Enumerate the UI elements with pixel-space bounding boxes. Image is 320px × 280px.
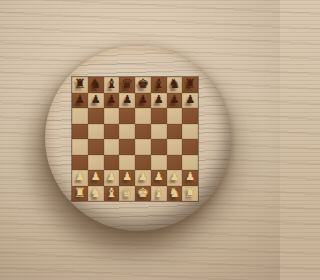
black-pawn[interactable]: ♟ [138,94,148,105]
square-f6[interactable] [151,108,167,124]
black-king[interactable]: ♚ [137,77,149,90]
square-f3[interactable] [151,155,167,171]
black-pawn[interactable]: ♟ [169,94,179,105]
black-pawn[interactable]: ♟ [154,94,164,105]
white-pawn[interactable]: ♟ [185,171,195,182]
square-d2[interactable]: ♟ [119,170,135,186]
square-a6[interactable] [72,108,88,124]
square-c7[interactable]: ♟ [104,93,120,109]
square-a3[interactable] [72,155,88,171]
square-b4[interactable] [88,139,104,155]
square-c6[interactable] [104,108,120,124]
square-b2[interactable]: ♟ [88,170,104,186]
white-king[interactable]: ♚ [137,186,149,199]
square-e2[interactable]: ♟ [135,170,151,186]
square-f2[interactable]: ♟ [151,170,167,186]
square-c8[interactable]: ♝ [104,77,120,93]
black-pawn[interactable]: ♟ [122,94,132,105]
white-pawn[interactable]: ♟ [106,171,116,182]
square-h1[interactable]: ♜ [182,186,198,202]
photo-scene: { "game": "chess", "scene": { "descripti… [0,0,280,280]
square-e1[interactable]: ♚ [135,186,151,202]
square-e4[interactable] [135,139,151,155]
square-d1[interactable]: ♛ [119,186,135,202]
white-knight[interactable]: ♞ [169,186,181,199]
square-c5[interactable] [104,124,120,140]
square-b8[interactable]: ♞ [88,77,104,93]
white-pawn[interactable]: ♟ [154,171,164,182]
square-e7[interactable]: ♟ [135,93,151,109]
square-g1[interactable]: ♞ [167,186,183,202]
square-h5[interactable] [182,124,198,140]
white-pawn[interactable]: ♟ [75,171,85,182]
square-b6[interactable] [88,108,104,124]
square-g8[interactable]: ♞ [167,77,183,93]
square-g5[interactable] [167,124,183,140]
square-e5[interactable] [135,124,151,140]
square-b5[interactable] [88,124,104,140]
square-a8[interactable]: ♜ [72,77,88,93]
black-knight[interactable]: ♞ [169,77,181,90]
square-d4[interactable] [119,139,135,155]
square-e3[interactable] [135,155,151,171]
black-knight[interactable]: ♞ [90,77,102,90]
black-pawn[interactable]: ♟ [185,94,195,105]
white-pawn[interactable]: ♟ [122,171,132,182]
square-f7[interactable]: ♟ [151,93,167,109]
white-pawn[interactable]: ♟ [91,171,101,182]
white-pawn[interactable]: ♟ [169,171,179,182]
square-d6[interactable] [119,108,135,124]
square-g3[interactable] [167,155,183,171]
square-c4[interactable] [104,139,120,155]
black-pawn[interactable]: ♟ [106,94,116,105]
black-rook[interactable]: ♜ [74,77,86,90]
square-h8[interactable]: ♜ [182,77,198,93]
square-h7[interactable]: ♟ [182,93,198,109]
white-pawn[interactable]: ♟ [138,171,148,182]
black-pawn[interactable]: ♟ [91,94,101,105]
white-bishop[interactable]: ♝ [153,186,165,199]
square-a1[interactable]: ♜ [72,186,88,202]
square-b3[interactable] [88,155,104,171]
square-c1[interactable]: ♝ [104,186,120,202]
square-d5[interactable] [119,124,135,140]
chess-board: ♜♞♝♛♚♝♞♜♟♟♟♟♟♟♟♟♟♟♟♟♟♟♟♟♜♞♝♛♚♝♞♜ [72,77,198,201]
square-f1[interactable]: ♝ [151,186,167,202]
square-h2[interactable]: ♟ [182,170,198,186]
white-rook[interactable]: ♜ [74,186,86,199]
square-h4[interactable] [182,139,198,155]
square-g7[interactable]: ♟ [167,93,183,109]
square-c3[interactable] [104,155,120,171]
square-d8[interactable]: ♛ [119,77,135,93]
square-d7[interactable]: ♟ [119,93,135,109]
square-a2[interactable]: ♟ [72,170,88,186]
square-f5[interactable] [151,124,167,140]
square-g4[interactable] [167,139,183,155]
square-g2[interactable]: ♟ [167,170,183,186]
black-bishop[interactable]: ♝ [153,77,165,90]
black-rook[interactable]: ♜ [184,77,196,90]
square-b1[interactable]: ♞ [88,186,104,202]
square-h6[interactable] [182,108,198,124]
square-c2[interactable]: ♟ [104,170,120,186]
white-knight[interactable]: ♞ [90,186,102,199]
white-rook[interactable]: ♜ [184,186,196,199]
square-e8[interactable]: ♚ [135,77,151,93]
square-f4[interactable] [151,139,167,155]
square-a7[interactable]: ♟ [72,93,88,109]
white-bishop[interactable]: ♝ [106,186,118,199]
white-queen[interactable]: ♛ [121,186,133,199]
square-f8[interactable]: ♝ [151,77,167,93]
black-pawn[interactable]: ♟ [75,94,85,105]
round-wooden-chessboard: ♜♞♝♛♚♝♞♜♟♟♟♟♟♟♟♟♟♟♟♟♟♟♟♟♜♞♝♛♚♝♞♜ [45,45,231,231]
square-h3[interactable] [182,155,198,171]
square-a4[interactable] [72,139,88,155]
black-bishop[interactable]: ♝ [106,77,118,90]
square-b7[interactable]: ♟ [88,93,104,109]
square-a5[interactable] [72,124,88,140]
square-d3[interactable] [119,155,135,171]
square-g6[interactable] [167,108,183,124]
black-queen[interactable]: ♛ [121,77,133,90]
square-e6[interactable] [135,108,151,124]
